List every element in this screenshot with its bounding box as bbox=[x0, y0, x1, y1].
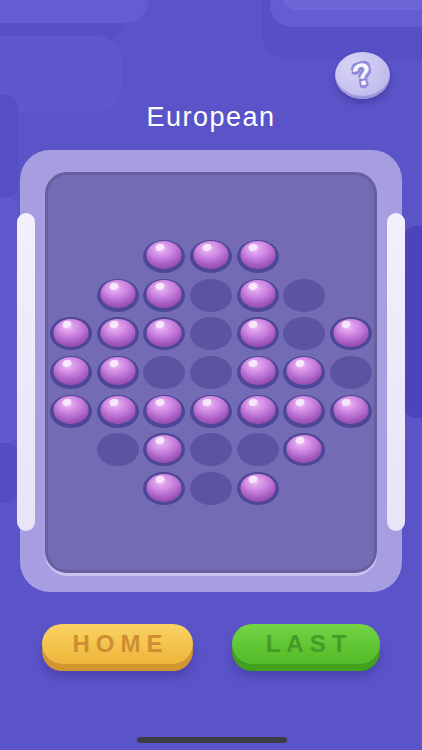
peg-ball bbox=[100, 319, 135, 347]
hole-oval bbox=[97, 433, 139, 466]
hole-r2c4[interactable] bbox=[188, 276, 235, 315]
hole-r4c7[interactable] bbox=[327, 353, 374, 392]
peg-r3c2[interactable] bbox=[95, 314, 142, 353]
hole-r6c4[interactable] bbox=[188, 431, 235, 470]
board-grid bbox=[48, 237, 374, 508]
peg-r4c5[interactable] bbox=[234, 353, 281, 392]
hole-oval bbox=[190, 356, 232, 389]
peg-r4c2[interactable] bbox=[95, 353, 142, 392]
peg-r1c4[interactable] bbox=[188, 237, 235, 276]
peg-ball bbox=[100, 357, 135, 385]
peg-ball bbox=[333, 396, 368, 424]
peg-ball bbox=[147, 474, 182, 502]
peg-ball bbox=[54, 319, 89, 347]
peg-ball bbox=[147, 280, 182, 308]
hole-r7c4[interactable] bbox=[188, 469, 235, 508]
hole-oval bbox=[237, 433, 279, 466]
board bbox=[45, 172, 377, 573]
hole-oval bbox=[190, 279, 232, 312]
peg-ball bbox=[147, 241, 182, 269]
panel-handle-right bbox=[387, 213, 405, 531]
peg-ball bbox=[147, 396, 182, 424]
hole-r4c4[interactable] bbox=[188, 353, 235, 392]
peg-ball bbox=[240, 241, 275, 269]
hole-oval bbox=[190, 472, 232, 505]
peg-r5c4[interactable] bbox=[188, 392, 235, 431]
hole-r3c4[interactable] bbox=[188, 314, 235, 353]
peg-r1c3[interactable] bbox=[141, 237, 188, 276]
hole-r6c5[interactable] bbox=[234, 431, 281, 470]
hole-oval bbox=[283, 279, 325, 312]
peg-r2c3[interactable] bbox=[141, 276, 188, 315]
board-blank bbox=[48, 431, 95, 470]
help-button[interactable]: ? bbox=[335, 52, 390, 99]
last-button-label: LAST bbox=[266, 630, 353, 658]
background-shape bbox=[281, 0, 422, 10]
page-title: European bbox=[0, 102, 422, 133]
background-shape bbox=[0, 36, 122, 112]
peg-ball bbox=[240, 319, 275, 347]
peg-ball bbox=[193, 241, 228, 269]
peg-r5c3[interactable] bbox=[141, 392, 188, 431]
board-blank bbox=[48, 276, 95, 315]
peg-r5c5[interactable] bbox=[234, 392, 281, 431]
peg-ball bbox=[287, 396, 322, 424]
hole-oval bbox=[283, 317, 325, 350]
board-blank bbox=[281, 237, 328, 276]
board-blank bbox=[48, 469, 95, 508]
board-blank bbox=[327, 276, 374, 315]
peg-ball bbox=[54, 357, 89, 385]
board-blank bbox=[327, 431, 374, 470]
peg-r5c7[interactable] bbox=[327, 392, 374, 431]
hole-r3c6[interactable] bbox=[281, 314, 328, 353]
peg-r6c6[interactable] bbox=[281, 431, 328, 470]
peg-ball bbox=[240, 396, 275, 424]
peg-ball bbox=[147, 435, 182, 463]
peg-r5c2[interactable] bbox=[95, 392, 142, 431]
hole-oval bbox=[143, 356, 185, 389]
peg-r1c5[interactable] bbox=[234, 237, 281, 276]
background-shape bbox=[404, 226, 422, 418]
board-blank bbox=[95, 469, 142, 508]
peg-ball bbox=[333, 319, 368, 347]
board-blank bbox=[327, 469, 374, 508]
board-blank bbox=[281, 469, 328, 508]
peg-r5c1[interactable] bbox=[48, 392, 95, 431]
panel-handle-left bbox=[17, 213, 35, 531]
peg-ball bbox=[287, 435, 322, 463]
peg-ball bbox=[100, 396, 135, 424]
peg-r5c6[interactable] bbox=[281, 392, 328, 431]
peg-ball bbox=[100, 280, 135, 308]
question-mark-icon: ? bbox=[349, 57, 375, 92]
peg-r6c3[interactable] bbox=[141, 431, 188, 470]
home-button[interactable]: HOME bbox=[42, 624, 193, 664]
peg-ball bbox=[287, 357, 322, 385]
background-shape bbox=[0, 197, 18, 443]
hole-r2c6[interactable] bbox=[281, 276, 328, 315]
peg-r3c5[interactable] bbox=[234, 314, 281, 353]
peg-r3c1[interactable] bbox=[48, 314, 95, 353]
hole-oval bbox=[190, 317, 232, 350]
board-panel bbox=[20, 150, 402, 592]
hole-oval bbox=[330, 356, 372, 389]
background-shape bbox=[0, 0, 148, 23]
board-blank bbox=[327, 237, 374, 276]
board-blank bbox=[95, 237, 142, 276]
peg-ball bbox=[240, 280, 275, 308]
peg-r3c3[interactable] bbox=[141, 314, 188, 353]
hole-r4c3[interactable] bbox=[141, 353, 188, 392]
last-button[interactable]: LAST bbox=[232, 624, 380, 664]
peg-r7c3[interactable] bbox=[141, 469, 188, 508]
peg-r4c6[interactable] bbox=[281, 353, 328, 392]
peg-r4c1[interactable] bbox=[48, 353, 95, 392]
background-shape bbox=[0, 443, 18, 503]
peg-r7c5[interactable] bbox=[234, 469, 281, 508]
peg-r2c2[interactable] bbox=[95, 276, 142, 315]
hole-oval bbox=[190, 433, 232, 466]
home-indicator[interactable] bbox=[137, 737, 287, 743]
peg-ball bbox=[54, 396, 89, 424]
peg-ball bbox=[240, 357, 275, 385]
peg-ball bbox=[193, 396, 228, 424]
peg-r3c7[interactable] bbox=[327, 314, 374, 353]
peg-ball bbox=[147, 319, 182, 347]
home-button-label: HOME bbox=[73, 630, 169, 658]
peg-ball bbox=[240, 474, 275, 502]
board-blank bbox=[48, 237, 95, 276]
hole-r6c2[interactable] bbox=[95, 431, 142, 470]
peg-r2c5[interactable] bbox=[234, 276, 281, 315]
screen: ? European HOME LAST bbox=[0, 0, 422, 750]
